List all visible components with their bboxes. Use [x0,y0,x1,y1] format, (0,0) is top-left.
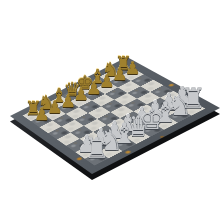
pieces-layer: ♜♞♝♛♚♝♞♜♟♟♟♟♟♟♟♟♟♟♟♟♟♟♟♟♜♞♝♛♚♝♞♜ [0,0,222,222]
piece-white-rook-h1[interactable]: ♜ [180,85,205,113]
chess-set-photo: ♜♞♝♛♚♝♞♜♟♟♟♟♟♟♟♟♟♟♟♟♟♟♟♟♜♞♝♛♚♝♞♜ [0,0,222,222]
piece-black-pawn-h7[interactable]: ♟ [125,60,141,77]
